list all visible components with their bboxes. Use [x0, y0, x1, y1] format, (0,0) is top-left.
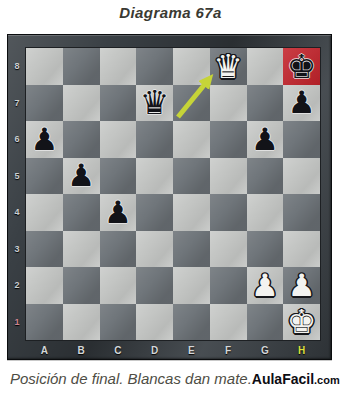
file-label-G: G — [247, 340, 284, 361]
square-g8 — [247, 48, 284, 85]
white-pawn: ♟ — [251, 270, 279, 301]
rank-label-1: 1 — [8, 304, 26, 341]
chess-board: 87654321 ♛♚♛♟♟♟♟♟♟♟♚ ABCDEFGH — [7, 34, 332, 360]
square-h5 — [283, 158, 320, 195]
square-a8 — [26, 48, 63, 85]
square-a4 — [26, 194, 63, 231]
square-e7 — [173, 85, 210, 122]
square-h6 — [283, 121, 320, 158]
board-grid: ♛♚♛♟♟♟♟♟♟♟♚ — [26, 48, 320, 340]
rank-label-4: 4 — [8, 194, 26, 231]
square-c2 — [100, 267, 137, 304]
square-d3 — [136, 231, 173, 268]
file-label-A: A — [26, 340, 63, 361]
file-label-F: F — [210, 340, 247, 361]
square-b8 — [63, 48, 100, 85]
rank-labels: 87654321 — [8, 48, 26, 340]
square-a7 — [26, 85, 63, 122]
square-f7 — [210, 85, 247, 122]
white-pawn: ♟ — [288, 270, 316, 301]
rank-label-3: 3 — [8, 231, 26, 268]
square-e1 — [173, 304, 210, 341]
square-f8: ♛ — [210, 48, 247, 85]
square-c6 — [100, 121, 137, 158]
black-pawn: ♟ — [67, 160, 95, 191]
square-d2 — [136, 267, 173, 304]
square-c8 — [100, 48, 137, 85]
square-h8: ♚ — [283, 48, 320, 85]
square-h4 — [283, 194, 320, 231]
square-e8 — [173, 48, 210, 85]
square-g7 — [247, 85, 284, 122]
square-h2: ♟ — [283, 267, 320, 304]
square-d6 — [136, 121, 173, 158]
rank-label-2: 2 — [8, 267, 26, 304]
file-label-B: B — [63, 340, 100, 361]
square-e2 — [173, 267, 210, 304]
square-f5 — [210, 158, 247, 195]
square-a3 — [26, 231, 63, 268]
white-queen: ♛ — [213, 50, 243, 83]
square-e3 — [173, 231, 210, 268]
square-a6: ♟ — [26, 121, 63, 158]
file-label-E: E — [173, 340, 210, 361]
square-d5 — [136, 158, 173, 195]
square-h3 — [283, 231, 320, 268]
rank-label-7: 7 — [8, 85, 26, 122]
square-g5 — [247, 158, 284, 195]
rank-label-6: 6 — [8, 121, 26, 158]
square-h1: ♚ — [283, 304, 320, 341]
square-d1 — [136, 304, 173, 341]
square-d8 — [136, 48, 173, 85]
black-king: ♚ — [287, 50, 317, 83]
square-c4: ♟ — [100, 194, 137, 231]
brand-name: AulaFacil — [252, 371, 314, 387]
square-f2 — [210, 267, 247, 304]
black-pawn: ♟ — [30, 124, 58, 155]
square-b7 — [63, 85, 100, 122]
square-h7: ♟ — [283, 85, 320, 122]
square-f6 — [210, 121, 247, 158]
square-e4 — [173, 194, 210, 231]
diagram-title: Diagrama 67a — [0, 4, 341, 21]
square-b6 — [63, 121, 100, 158]
square-d4 — [136, 194, 173, 231]
caption: Posición de final. Blancas dan mate. — [10, 370, 252, 387]
file-label-C: C — [100, 340, 137, 361]
square-a5 — [26, 158, 63, 195]
square-d7: ♛ — [136, 85, 173, 122]
white-king: ♚ — [287, 305, 317, 338]
file-labels: ABCDEFGH — [26, 340, 320, 361]
square-a2 — [26, 267, 63, 304]
square-g3 — [247, 231, 284, 268]
square-f3 — [210, 231, 247, 268]
square-g4 — [247, 194, 284, 231]
square-g1 — [247, 304, 284, 341]
black-pawn: ♟ — [288, 87, 316, 118]
square-e6 — [173, 121, 210, 158]
file-label-H: H — [283, 340, 320, 361]
square-c5 — [100, 158, 137, 195]
square-b1 — [63, 304, 100, 341]
square-b4 — [63, 194, 100, 231]
square-e5 — [173, 158, 210, 195]
brand-logo: AulaFacil.com — [252, 370, 340, 394]
square-b2 — [63, 267, 100, 304]
rank-label-8: 8 — [8, 48, 26, 85]
black-pawn: ♟ — [251, 124, 279, 155]
square-c7 — [100, 85, 137, 122]
page: Diagrama 67a 87654321 ♛♚♛♟♟♟♟♟♟♟♚ ABCDEF… — [0, 0, 341, 394]
footer: Posición de final. Blancas dan mate. Aul… — [0, 360, 341, 394]
square-b3 — [63, 231, 100, 268]
brand-tld: .com — [314, 374, 340, 386]
black-pawn: ♟ — [104, 197, 132, 228]
square-f1 — [210, 304, 247, 341]
square-f4 — [210, 194, 247, 231]
square-g6: ♟ — [247, 121, 284, 158]
square-a1 — [26, 304, 63, 341]
rank-label-5: 5 — [8, 158, 26, 195]
black-queen: ♛ — [140, 86, 170, 119]
square-c3 — [100, 231, 137, 268]
file-label-D: D — [136, 340, 173, 361]
square-b5: ♟ — [63, 158, 100, 195]
square-g2: ♟ — [247, 267, 284, 304]
square-c1 — [100, 304, 137, 341]
